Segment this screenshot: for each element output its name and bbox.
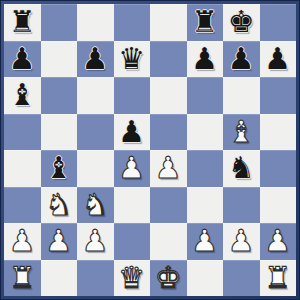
square-h8[interactable] xyxy=(260,4,297,41)
square-e8[interactable] xyxy=(150,4,187,41)
square-c3[interactable]: ♞ xyxy=(77,187,114,224)
square-e2[interactable] xyxy=(150,223,187,260)
square-f4[interactable] xyxy=(187,150,224,187)
square-d5[interactable]: ♟ xyxy=(114,114,151,151)
square-c6[interactable] xyxy=(77,77,114,114)
piece-black-bishop: ♝ xyxy=(4,77,41,114)
square-g1[interactable] xyxy=(223,260,260,297)
piece-black-rook: ♜ xyxy=(187,4,224,41)
square-f2[interactable]: ♟ xyxy=(187,223,224,260)
square-a4[interactable] xyxy=(4,150,41,187)
piece-white-knight: ♞ xyxy=(77,187,114,224)
piece-white-king: ♚ xyxy=(150,260,187,297)
square-d3[interactable] xyxy=(114,187,151,224)
square-e5[interactable] xyxy=(150,114,187,151)
square-f3[interactable] xyxy=(187,187,224,224)
square-c7[interactable]: ♟ xyxy=(77,41,114,78)
piece-white-pawn: ♟ xyxy=(223,223,260,260)
piece-black-queen: ♛ xyxy=(114,41,151,78)
piece-black-knight: ♞ xyxy=(223,150,260,187)
square-b5[interactable] xyxy=(41,114,78,151)
square-e6[interactable] xyxy=(150,77,187,114)
piece-black-pawn: ♟ xyxy=(223,41,260,78)
board-frame: ♜♜♚♟♟♛♟♟♟♝♟♝♝♟♟♞♞♞♟♟♟♟♟♟♜♛♚♜ xyxy=(0,0,300,300)
square-c5[interactable] xyxy=(77,114,114,151)
square-h1[interactable]: ♜ xyxy=(260,260,297,297)
piece-white-rook: ♜ xyxy=(4,260,41,297)
square-b6[interactable] xyxy=(41,77,78,114)
square-a7[interactable]: ♟ xyxy=(4,41,41,78)
piece-black-rook: ♜ xyxy=(4,4,41,41)
chess-board: ♜♜♚♟♟♛♟♟♟♝♟♝♝♟♟♞♞♞♟♟♟♟♟♟♜♛♚♜ xyxy=(4,4,296,296)
square-h7[interactable]: ♟ xyxy=(260,41,297,78)
square-g2[interactable]: ♟ xyxy=(223,223,260,260)
piece-black-pawn: ♟ xyxy=(187,41,224,78)
piece-black-pawn: ♟ xyxy=(114,114,151,151)
square-e7[interactable] xyxy=(150,41,187,78)
piece-white-bishop: ♝ xyxy=(223,114,260,151)
square-f5[interactable] xyxy=(187,114,224,151)
square-f8[interactable]: ♜ xyxy=(187,4,224,41)
square-f7[interactable]: ♟ xyxy=(187,41,224,78)
square-b8[interactable] xyxy=(41,4,78,41)
square-d8[interactable] xyxy=(114,4,151,41)
piece-white-pawn: ♟ xyxy=(77,223,114,260)
piece-black-pawn: ♟ xyxy=(4,41,41,78)
square-a1[interactable]: ♜ xyxy=(4,260,41,297)
piece-black-bishop: ♝ xyxy=(41,150,78,187)
square-g6[interactable] xyxy=(223,77,260,114)
square-g7[interactable]: ♟ xyxy=(223,41,260,78)
square-b3[interactable]: ♞ xyxy=(41,187,78,224)
square-h2[interactable]: ♟ xyxy=(260,223,297,260)
square-h4[interactable] xyxy=(260,150,297,187)
square-f6[interactable] xyxy=(187,77,224,114)
piece-black-pawn: ♟ xyxy=(260,41,297,78)
piece-white-pawn: ♟ xyxy=(4,223,41,260)
piece-black-king: ♚ xyxy=(223,4,260,41)
square-d4[interactable]: ♟ xyxy=(114,150,151,187)
square-a2[interactable]: ♟ xyxy=(4,223,41,260)
square-a8[interactable]: ♜ xyxy=(4,4,41,41)
square-h3[interactable] xyxy=(260,187,297,224)
square-e3[interactable] xyxy=(150,187,187,224)
square-c1[interactable] xyxy=(77,260,114,297)
square-c8[interactable] xyxy=(77,4,114,41)
square-g4[interactable]: ♞ xyxy=(223,150,260,187)
square-a3[interactable] xyxy=(4,187,41,224)
square-b2[interactable]: ♟ xyxy=(41,223,78,260)
square-f1[interactable] xyxy=(187,260,224,297)
piece-white-pawn: ♟ xyxy=(41,223,78,260)
square-c2[interactable]: ♟ xyxy=(77,223,114,260)
piece-white-queen: ♛ xyxy=(114,260,151,297)
piece-white-pawn: ♟ xyxy=(260,223,297,260)
square-d7[interactable]: ♛ xyxy=(114,41,151,78)
square-g8[interactable]: ♚ xyxy=(223,4,260,41)
piece-white-pawn: ♟ xyxy=(187,223,224,260)
square-b4[interactable]: ♝ xyxy=(41,150,78,187)
piece-white-pawn: ♟ xyxy=(114,150,151,187)
square-c4[interactable] xyxy=(77,150,114,187)
square-h6[interactable] xyxy=(260,77,297,114)
square-a5[interactable] xyxy=(4,114,41,151)
square-d1[interactable]: ♛ xyxy=(114,260,151,297)
piece-white-pawn: ♟ xyxy=(150,150,187,187)
square-g3[interactable] xyxy=(223,187,260,224)
square-g5[interactable]: ♝ xyxy=(223,114,260,151)
piece-black-pawn: ♟ xyxy=(77,41,114,78)
square-e4[interactable]: ♟ xyxy=(150,150,187,187)
square-e1[interactable]: ♚ xyxy=(150,260,187,297)
square-d6[interactable] xyxy=(114,77,151,114)
square-b1[interactable] xyxy=(41,260,78,297)
piece-white-knight: ♞ xyxy=(41,187,78,224)
square-d2[interactable] xyxy=(114,223,151,260)
piece-white-rook: ♜ xyxy=(260,260,297,297)
square-a6[interactable]: ♝ xyxy=(4,77,41,114)
square-h5[interactable] xyxy=(260,114,297,151)
square-b7[interactable] xyxy=(41,41,78,78)
